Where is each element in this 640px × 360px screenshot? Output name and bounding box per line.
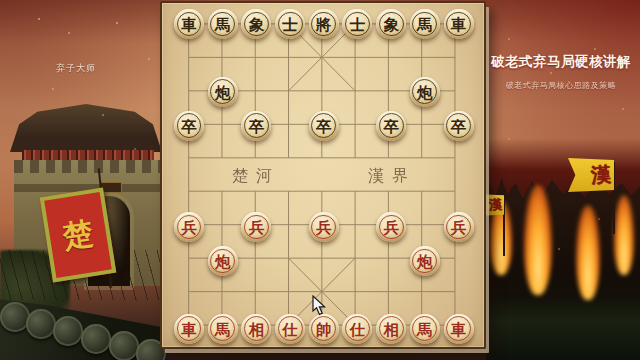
yellow-flag-character: 漢 xyxy=(590,161,612,189)
piece-red-soldier[interactable]: 兵 xyxy=(174,212,204,242)
soldier-shield xyxy=(26,309,56,339)
piece-glyph: 車 xyxy=(451,321,467,337)
piece-black-soldier[interactable]: 卒 xyxy=(376,111,406,141)
piece-black-general[interactable]: 將 xyxy=(309,9,339,39)
piece-glyph: 車 xyxy=(451,17,467,33)
yellow-flag-character: 漢 xyxy=(489,196,503,215)
flame xyxy=(524,185,552,295)
dark-ground xyxy=(486,296,640,360)
piece-glyph: 卒 xyxy=(383,118,399,134)
mouse-cursor xyxy=(312,295,327,316)
piece-red-chariot[interactable]: 車 xyxy=(174,314,204,344)
piece-red-advisor[interactable]: 仕 xyxy=(342,314,372,344)
gate-tower-railing xyxy=(22,150,154,160)
flame xyxy=(614,195,634,275)
piece-red-soldier[interactable]: 兵 xyxy=(241,212,271,242)
red-army-flag: 楚 xyxy=(40,188,117,283)
left-caption: 弃子大师 xyxy=(56,62,96,75)
piece-black-horse[interactable]: 馬 xyxy=(410,9,440,39)
piece-red-soldier[interactable]: 兵 xyxy=(376,212,406,242)
piece-glyph: 帥 xyxy=(316,321,332,337)
piece-glyph: 仕 xyxy=(350,321,366,337)
video-subtitle: 破老式弃马局核心思路及策略 xyxy=(488,80,634,91)
piece-glyph: 將 xyxy=(316,17,332,33)
piece-red-soldier[interactable]: 兵 xyxy=(444,212,474,242)
piece-glyph: 兵 xyxy=(451,220,467,236)
left-battlefield-scene: 楚 xyxy=(0,0,162,360)
piece-red-chariot[interactable]: 車 xyxy=(444,314,474,344)
piece-black-cannon[interactable]: 炮 xyxy=(410,77,440,107)
piece-red-cannon[interactable]: 炮 xyxy=(410,246,440,276)
piece-glyph: 相 xyxy=(383,321,399,337)
piece-glyph: 士 xyxy=(350,17,366,33)
piece-glyph: 馬 xyxy=(215,17,231,33)
piece-glyph: 相 xyxy=(249,321,265,337)
piece-glyph: 象 xyxy=(249,17,265,33)
piece-black-soldier[interactable]: 卒 xyxy=(444,111,474,141)
piece-glyph: 炮 xyxy=(215,254,231,270)
piece-glyph: 兵 xyxy=(181,220,197,236)
piece-black-chariot[interactable]: 車 xyxy=(444,9,474,39)
flame xyxy=(576,205,600,300)
piece-red-general[interactable]: 帥 xyxy=(309,314,339,344)
piece-red-cannon[interactable]: 炮 xyxy=(208,246,238,276)
piece-glyph: 馬 xyxy=(417,321,433,337)
red-flag-character: 楚 xyxy=(44,192,112,278)
piece-glyph: 兵 xyxy=(316,220,332,236)
piece-black-soldier[interactable]: 卒 xyxy=(309,111,339,141)
piece-glyph: 士 xyxy=(282,17,298,33)
piece-black-chariot[interactable]: 車 xyxy=(174,9,204,39)
piece-black-soldier[interactable]: 卒 xyxy=(241,111,271,141)
piece-glyph: 炮 xyxy=(215,84,231,100)
piece-glyph: 卒 xyxy=(316,118,332,134)
video-title: 破老式弃马局硬核讲解 xyxy=(486,53,636,71)
piece-glyph: 卒 xyxy=(181,118,197,134)
soldier-shield xyxy=(53,316,83,346)
piece-glyph: 馬 xyxy=(215,321,231,337)
piece-black-advisor[interactable]: 士 xyxy=(342,9,372,39)
piece-black-elephant[interactable]: 象 xyxy=(376,9,406,39)
piece-glyph: 馬 xyxy=(417,17,433,33)
piece-red-advisor[interactable]: 仕 xyxy=(275,314,305,344)
piece-glyph: 兵 xyxy=(383,220,399,236)
piece-red-elephant[interactable]: 相 xyxy=(241,314,271,344)
piece-glyph: 車 xyxy=(181,321,197,337)
piece-black-soldier[interactable]: 卒 xyxy=(174,111,204,141)
piece-glyph: 卒 xyxy=(249,118,265,134)
soldier-shield xyxy=(109,331,139,360)
piece-glyph: 炮 xyxy=(417,254,433,270)
piece-red-elephant[interactable]: 相 xyxy=(376,314,406,344)
piece-glyph: 仕 xyxy=(282,321,298,337)
piece-black-horse[interactable]: 馬 xyxy=(208,9,238,39)
piece-red-soldier[interactable]: 兵 xyxy=(309,212,339,242)
piece-glyph: 兵 xyxy=(249,220,265,236)
piece-red-horse[interactable]: 馬 xyxy=(410,314,440,344)
piece-glyph: 卒 xyxy=(451,118,467,134)
soldier-shield xyxy=(81,324,111,354)
piece-glyph: 象 xyxy=(383,17,399,33)
piece-black-cannon[interactable]: 炮 xyxy=(208,77,238,107)
piece-red-horse[interactable]: 馬 xyxy=(208,314,238,344)
piece-glyph: 車 xyxy=(181,17,197,33)
piece-black-advisor[interactable]: 士 xyxy=(275,9,305,39)
gate-tower-roof xyxy=(10,104,162,152)
piece-glyph: 炮 xyxy=(417,84,433,100)
piece-black-elephant[interactable]: 象 xyxy=(241,9,271,39)
